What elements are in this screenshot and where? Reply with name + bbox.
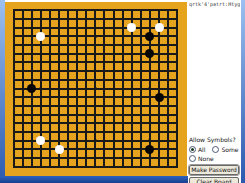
board-intersection-K19[interactable] [91, 6, 100, 15]
board-intersection-B18[interactable] [18, 15, 27, 24]
radio-some[interactable]: Some [212, 146, 238, 153]
board-intersection-H6[interactable] [73, 119, 82, 128]
board-intersection-P7[interactable] [136, 110, 145, 119]
board-intersection-L5[interactable] [100, 128, 109, 137]
board-intersection-R6[interactable] [155, 119, 164, 128]
board-intersection-L13[interactable] [100, 58, 109, 67]
board-intersection-P15[interactable] [136, 41, 145, 50]
board-intersection-O5[interactable] [127, 128, 136, 137]
board-intersection-S17[interactable] [164, 23, 173, 32]
board-intersection-E6[interactable] [45, 119, 54, 128]
board-intersection-J3[interactable] [82, 145, 91, 154]
board-intersection-L1[interactable] [100, 162, 109, 171]
board-intersection-A15[interactable] [9, 41, 18, 50]
board-intersection-D10[interactable] [36, 84, 45, 93]
board-intersection-L17[interactable] [100, 23, 109, 32]
board-intersection-K11[interactable] [91, 76, 100, 85]
board-intersection-R1[interactable] [155, 162, 164, 171]
board-intersection-A3[interactable] [9, 145, 18, 154]
board-intersection-B2[interactable] [18, 154, 27, 163]
board-intersection-J6[interactable] [82, 119, 91, 128]
board-intersection-G10[interactable] [64, 84, 73, 93]
board-intersection-R14[interactable] [155, 49, 164, 58]
board-intersection-O18[interactable] [127, 15, 136, 24]
board-intersection-A19[interactable] [9, 6, 18, 15]
board-intersection-C6[interactable] [27, 119, 36, 128]
board-intersection-H17[interactable] [73, 23, 82, 32]
board-intersection-H9[interactable] [73, 93, 82, 102]
board-intersection-B9[interactable] [18, 93, 27, 102]
board-intersection-E1[interactable] [45, 162, 54, 171]
board-intersection-B19[interactable] [18, 6, 27, 15]
board-intersection-K12[interactable] [91, 67, 100, 76]
board-intersection-J16[interactable] [82, 32, 91, 41]
board-intersection-A12[interactable] [9, 67, 18, 76]
board-intersection-B4[interactable] [18, 136, 27, 145]
board-intersection-J19[interactable] [82, 6, 91, 15]
board-intersection-T15[interactable] [173, 41, 182, 50]
board-intersection-F17[interactable] [54, 23, 63, 32]
board-intersection-T9[interactable] [173, 93, 182, 102]
board-intersection-N6[interactable] [118, 119, 127, 128]
board-intersection-E14[interactable] [45, 49, 54, 58]
board-intersection-L8[interactable] [100, 102, 109, 111]
board-intersection-C18[interactable] [27, 15, 36, 24]
board-intersection-N10[interactable] [118, 84, 127, 93]
board-intersection-K2[interactable] [91, 154, 100, 163]
board-intersection-T16[interactable] [173, 32, 182, 41]
board-intersection-R9[interactable] [155, 93, 164, 102]
board-intersection-F16[interactable] [54, 32, 63, 41]
board-intersection-R17[interactable] [155, 23, 164, 32]
board-intersection-Q1[interactable] [145, 162, 154, 171]
board-intersection-J7[interactable] [82, 110, 91, 119]
board-intersection-M1[interactable] [109, 162, 118, 171]
board-intersection-K4[interactable] [91, 136, 100, 145]
board-intersection-O14[interactable] [127, 49, 136, 58]
board-intersection-B5[interactable] [18, 128, 27, 137]
board-intersection-N18[interactable] [118, 15, 127, 24]
board-intersection-T14[interactable] [173, 49, 182, 58]
board-intersection-G6[interactable] [64, 119, 73, 128]
board-intersection-F11[interactable] [54, 76, 63, 85]
board-intersection-D15[interactable] [36, 41, 45, 50]
board-intersection-S7[interactable] [164, 110, 173, 119]
board-intersection-R3[interactable] [155, 145, 164, 154]
board-intersection-F15[interactable] [54, 41, 63, 50]
board-intersection-D9[interactable] [36, 93, 45, 102]
board-intersection-F13[interactable] [54, 58, 63, 67]
board-intersection-B1[interactable] [18, 162, 27, 171]
board-intersection-E5[interactable] [45, 128, 54, 137]
board-intersection-Q9[interactable] [145, 93, 154, 102]
board-intersection-F19[interactable] [54, 6, 63, 15]
make-password-button[interactable]: Make Password [189, 165, 239, 175]
board-intersection-A13[interactable] [9, 58, 18, 67]
board-intersection-R5[interactable] [155, 128, 164, 137]
board-intersection-G8[interactable] [64, 102, 73, 111]
board-intersection-A17[interactable] [9, 23, 18, 32]
board-intersection-D11[interactable] [36, 76, 45, 85]
board-intersection-B3[interactable] [18, 145, 27, 154]
board-intersection-T5[interactable] [173, 128, 182, 137]
board-intersection-D19[interactable] [36, 6, 45, 15]
board-intersection-D14[interactable] [36, 49, 45, 58]
board-intersection-P19[interactable] [136, 6, 145, 15]
board-intersection-B14[interactable] [18, 49, 27, 58]
board-intersection-A4[interactable] [9, 136, 18, 145]
board-intersection-D2[interactable] [36, 154, 45, 163]
white-stone-R17[interactable] [155, 23, 164, 32]
board-intersection-M18[interactable] [109, 15, 118, 24]
board-intersection-T17[interactable] [173, 23, 182, 32]
board-intersection-E15[interactable] [45, 41, 54, 50]
board-intersection-H10[interactable] [73, 84, 82, 93]
board-intersection-M14[interactable] [109, 49, 118, 58]
board-intersection-E17[interactable] [45, 23, 54, 32]
board-intersection-L7[interactable] [100, 110, 109, 119]
board-intersection-G2[interactable] [64, 154, 73, 163]
board-intersection-G3[interactable] [64, 145, 73, 154]
black-stone-Q3[interactable] [145, 145, 154, 154]
board-intersection-S15[interactable] [164, 41, 173, 50]
board-intersection-L12[interactable] [100, 67, 109, 76]
board-intersection-R8[interactable] [155, 102, 164, 111]
board-intersection-C12[interactable] [27, 67, 36, 76]
board-intersection-F8[interactable] [54, 102, 63, 111]
board-intersection-G16[interactable] [64, 32, 73, 41]
board-intersection-S4[interactable] [164, 136, 173, 145]
board-intersection-T6[interactable] [173, 119, 182, 128]
board-intersection-S1[interactable] [164, 162, 173, 171]
board-intersection-O10[interactable] [127, 84, 136, 93]
board-intersection-T4[interactable] [173, 136, 182, 145]
board-intersection-P14[interactable] [136, 49, 145, 58]
board-intersection-H11[interactable] [73, 76, 82, 85]
board-intersection-D7[interactable] [36, 110, 45, 119]
board-intersection-Q14[interactable] [145, 49, 154, 58]
board-intersection-D13[interactable] [36, 58, 45, 67]
board-intersection-N5[interactable] [118, 128, 127, 137]
board-intersection-J2[interactable] [82, 154, 91, 163]
board-intersection-T3[interactable] [173, 145, 182, 154]
white-stone-D4[interactable] [36, 136, 45, 145]
board-intersection-O3[interactable] [127, 145, 136, 154]
board-intersection-B8[interactable] [18, 102, 27, 111]
board-intersection-H14[interactable] [73, 49, 82, 58]
board-intersection-Q17[interactable] [145, 23, 154, 32]
board-intersection-F9[interactable] [54, 93, 63, 102]
board-intersection-N15[interactable] [118, 41, 127, 50]
black-stone-C10[interactable] [27, 84, 36, 93]
board-intersection-T11[interactable] [173, 76, 182, 85]
board-intersection-J9[interactable] [82, 93, 91, 102]
board-intersection-Q13[interactable] [145, 58, 154, 67]
board-intersection-S9[interactable] [164, 93, 173, 102]
board-intersection-Q11[interactable] [145, 76, 154, 85]
board-intersection-K10[interactable] [91, 84, 100, 93]
board-intersection-O9[interactable] [127, 93, 136, 102]
board-intersection-E12[interactable] [45, 67, 54, 76]
board-intersection-M3[interactable] [109, 145, 118, 154]
board-intersection-G15[interactable] [64, 41, 73, 50]
board-intersection-P13[interactable] [136, 58, 145, 67]
board-intersection-L6[interactable] [100, 119, 109, 128]
board-intersection-L14[interactable] [100, 49, 109, 58]
board-intersection-P1[interactable] [136, 162, 145, 171]
board-intersection-C16[interactable] [27, 32, 36, 41]
board-intersection-M12[interactable] [109, 67, 118, 76]
board-intersection-P18[interactable] [136, 15, 145, 24]
board-intersection-C11[interactable] [27, 76, 36, 85]
board-intersection-D3[interactable] [36, 145, 45, 154]
board-intersection-C9[interactable] [27, 93, 36, 102]
board-intersection-R19[interactable] [155, 6, 164, 15]
board-intersection-D12[interactable] [36, 67, 45, 76]
black-stone-R9[interactable] [155, 93, 164, 102]
board-intersection-Q18[interactable] [145, 15, 154, 24]
board-intersection-M5[interactable] [109, 128, 118, 137]
board-intersection-H1[interactable] [73, 162, 82, 171]
board-intersection-J1[interactable] [82, 162, 91, 171]
board-intersection-F2[interactable] [54, 154, 63, 163]
board-intersection-K7[interactable] [91, 110, 100, 119]
board-intersection-H7[interactable] [73, 110, 82, 119]
board-intersection-E10[interactable] [45, 84, 54, 93]
board-intersection-H18[interactable] [73, 15, 82, 24]
board-intersection-B6[interactable] [18, 119, 27, 128]
board-intersection-Q4[interactable] [145, 136, 154, 145]
board-intersection-F10[interactable] [54, 84, 63, 93]
radio-none[interactable]: None [189, 155, 214, 162]
board-intersection-P9[interactable] [136, 93, 145, 102]
board-intersection-C3[interactable] [27, 145, 36, 154]
board-intersection-F3[interactable] [54, 145, 63, 154]
board-intersection-R4[interactable] [155, 136, 164, 145]
board-intersection-M19[interactable] [109, 6, 118, 15]
board-intersection-K18[interactable] [91, 15, 100, 24]
board-intersection-S5[interactable] [164, 128, 173, 137]
board-intersection-Q10[interactable] [145, 84, 154, 93]
board-intersection-O15[interactable] [127, 41, 136, 50]
board-intersection-B13[interactable] [18, 58, 27, 67]
board-intersection-O16[interactable] [127, 32, 136, 41]
board-intersection-H2[interactable] [73, 154, 82, 163]
radio-some-icon[interactable] [212, 146, 219, 153]
board-intersection-H3[interactable] [73, 145, 82, 154]
board-intersection-E13[interactable] [45, 58, 54, 67]
board-intersection-T12[interactable] [173, 67, 182, 76]
board-intersection-J18[interactable] [82, 15, 91, 24]
board-intersection-K13[interactable] [91, 58, 100, 67]
board-intersection-H12[interactable] [73, 67, 82, 76]
board-intersection-R13[interactable] [155, 58, 164, 67]
board-intersection-O2[interactable] [127, 154, 136, 163]
clear-board-button[interactable]: Clear Board [189, 177, 239, 183]
board-intersection-A10[interactable] [9, 84, 18, 93]
board-intersection-A6[interactable] [9, 119, 18, 128]
board-intersection-G9[interactable] [64, 93, 73, 102]
board-intersection-J17[interactable] [82, 23, 91, 32]
board-intersection-A1[interactable] [9, 162, 18, 171]
board-intersection-R2[interactable] [155, 154, 164, 163]
board-intersection-D16[interactable] [36, 32, 45, 41]
board-intersection-K16[interactable] [91, 32, 100, 41]
board-intersection-R16[interactable] [155, 32, 164, 41]
board-intersection-J11[interactable] [82, 76, 91, 85]
board-intersection-Q7[interactable] [145, 110, 154, 119]
board-intersection-E2[interactable] [45, 154, 54, 163]
board-intersection-G1[interactable] [64, 162, 73, 171]
board-intersection-N19[interactable] [118, 6, 127, 15]
board-intersection-K15[interactable] [91, 41, 100, 50]
black-stone-Q14[interactable] [145, 49, 154, 58]
board-intersection-Q3[interactable] [145, 145, 154, 154]
board-intersection-P11[interactable] [136, 76, 145, 85]
board-intersection-C5[interactable] [27, 128, 36, 137]
board-intersection-M10[interactable] [109, 84, 118, 93]
board-intersection-L2[interactable] [100, 154, 109, 163]
board-intersection-P4[interactable] [136, 136, 145, 145]
board-intersection-T10[interactable] [173, 84, 182, 93]
board-intersection-E8[interactable] [45, 102, 54, 111]
board-intersection-E19[interactable] [45, 6, 54, 15]
board-intersection-P12[interactable] [136, 67, 145, 76]
board-intersection-D1[interactable] [36, 162, 45, 171]
board-intersection-R7[interactable] [155, 110, 164, 119]
board-intersection-B16[interactable] [18, 32, 27, 41]
board-intersection-O6[interactable] [127, 119, 136, 128]
board-intersection-F4[interactable] [54, 136, 63, 145]
board-intersection-D8[interactable] [36, 102, 45, 111]
board-intersection-C2[interactable] [27, 154, 36, 163]
board-intersection-M4[interactable] [109, 136, 118, 145]
board-intersection-P8[interactable] [136, 102, 145, 111]
board-intersection-N9[interactable] [118, 93, 127, 102]
board-intersection-A18[interactable] [9, 15, 18, 24]
board-intersection-P2[interactable] [136, 154, 145, 163]
board-intersection-L19[interactable] [100, 6, 109, 15]
board-intersection-R10[interactable] [155, 84, 164, 93]
board-intersection-J14[interactable] [82, 49, 91, 58]
board-intersection-G11[interactable] [64, 76, 73, 85]
board-intersection-J12[interactable] [82, 67, 91, 76]
board-intersection-Q19[interactable] [145, 6, 154, 15]
board-intersection-F18[interactable] [54, 15, 63, 24]
board-intersection-N14[interactable] [118, 49, 127, 58]
board-intersection-A16[interactable] [9, 32, 18, 41]
board-intersection-Q6[interactable] [145, 119, 154, 128]
board-intersection-K8[interactable] [91, 102, 100, 111]
board-intersection-B17[interactable] [18, 23, 27, 32]
radio-all[interactable]: All [189, 146, 205, 153]
board-intersection-Q8[interactable] [145, 102, 154, 111]
board-intersection-B10[interactable] [18, 84, 27, 93]
board-intersection-E3[interactable] [45, 145, 54, 154]
board-intersection-M9[interactable] [109, 93, 118, 102]
board-intersection-O12[interactable] [127, 67, 136, 76]
board-intersection-B7[interactable] [18, 110, 27, 119]
board-intersection-S14[interactable] [164, 49, 173, 58]
board-intersection-K9[interactable] [91, 93, 100, 102]
board-intersection-M15[interactable] [109, 41, 118, 50]
board-intersection-K1[interactable] [91, 162, 100, 171]
board-intersection-M6[interactable] [109, 119, 118, 128]
board-intersection-C4[interactable] [27, 136, 36, 145]
board-intersection-L10[interactable] [100, 84, 109, 93]
board-intersection-L16[interactable] [100, 32, 109, 41]
board-intersection-L15[interactable] [100, 41, 109, 50]
board-intersection-B12[interactable] [18, 67, 27, 76]
board-intersection-Q15[interactable] [145, 41, 154, 50]
board-intersection-K17[interactable] [91, 23, 100, 32]
board-intersection-N4[interactable] [118, 136, 127, 145]
board-intersection-S16[interactable] [164, 32, 173, 41]
board-intersection-T2[interactable] [173, 154, 182, 163]
board-intersection-T1[interactable] [173, 162, 182, 171]
board-intersection-G18[interactable] [64, 15, 73, 24]
board-intersection-R15[interactable] [155, 41, 164, 50]
board-intersection-P6[interactable] [136, 119, 145, 128]
board-intersection-N12[interactable] [118, 67, 127, 76]
board-intersection-O13[interactable] [127, 58, 136, 67]
board-intersection-P17[interactable] [136, 23, 145, 32]
board-intersection-T8[interactable] [173, 102, 182, 111]
board-intersection-D5[interactable] [36, 128, 45, 137]
board-intersection-E9[interactable] [45, 93, 54, 102]
board-intersection-O11[interactable] [127, 76, 136, 85]
board-intersection-P5[interactable] [136, 128, 145, 137]
board-intersection-R11[interactable] [155, 76, 164, 85]
board-intersection-K3[interactable] [91, 145, 100, 154]
board-intersection-D6[interactable] [36, 119, 45, 128]
board-intersection-C17[interactable] [27, 23, 36, 32]
board-intersection-O1[interactable] [127, 162, 136, 171]
board-intersection-S13[interactable] [164, 58, 173, 67]
board-intersection-G7[interactable] [64, 110, 73, 119]
board-intersection-P10[interactable] [136, 84, 145, 93]
board-intersection-L18[interactable] [100, 15, 109, 24]
board-intersection-O8[interactable] [127, 102, 136, 111]
board-intersection-E18[interactable] [45, 15, 54, 24]
board-intersection-P16[interactable] [136, 32, 145, 41]
board-intersection-C1[interactable] [27, 162, 36, 171]
board-intersection-S10[interactable] [164, 84, 173, 93]
board-intersection-G4[interactable] [64, 136, 73, 145]
board-intersection-G14[interactable] [64, 49, 73, 58]
board-intersection-A9[interactable] [9, 93, 18, 102]
white-stone-D16[interactable] [36, 32, 45, 41]
board-intersection-Q12[interactable] [145, 67, 154, 76]
board-intersection-H8[interactable] [73, 102, 82, 111]
board-intersection-E11[interactable] [45, 76, 54, 85]
board-intersection-N8[interactable] [118, 102, 127, 111]
board-intersection-O7[interactable] [127, 110, 136, 119]
board-intersection-D4[interactable] [36, 136, 45, 145]
board-intersection-N17[interactable] [118, 23, 127, 32]
board-intersection-Q16[interactable] [145, 32, 154, 41]
board-intersection-T18[interactable] [173, 15, 182, 24]
board-intersection-J4[interactable] [82, 136, 91, 145]
white-stone-F3[interactable] [55, 145, 64, 154]
board-intersection-S12[interactable] [164, 67, 173, 76]
board-intersection-C13[interactable] [27, 58, 36, 67]
board-intersection-H15[interactable] [73, 41, 82, 50]
board-intersection-R12[interactable] [155, 67, 164, 76]
board-intersection-B15[interactable] [18, 41, 27, 50]
board-intersection-H16[interactable] [73, 32, 82, 41]
board-intersection-N1[interactable] [118, 162, 127, 171]
